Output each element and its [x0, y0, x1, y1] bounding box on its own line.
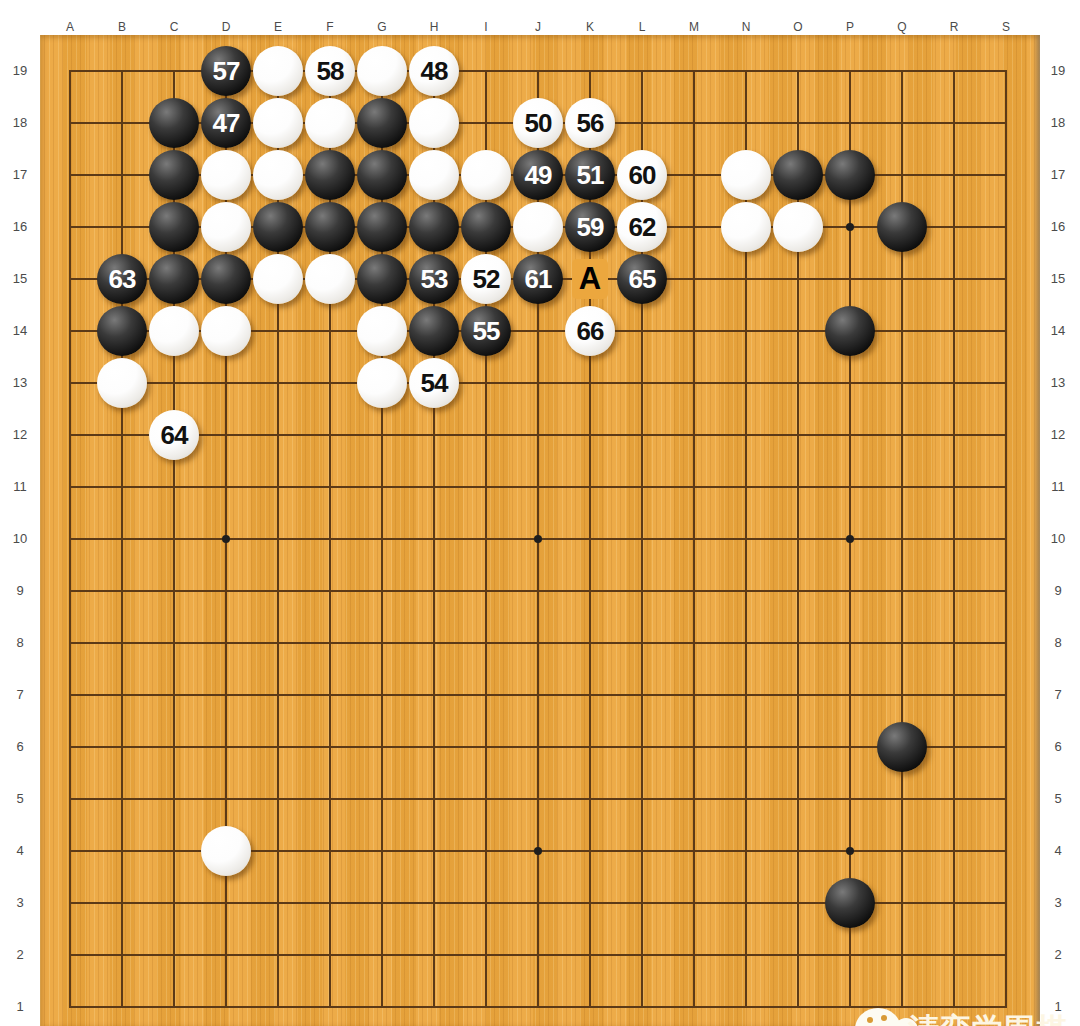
stone-black-K17: 51 [565, 150, 615, 200]
stone-white-O16 [773, 202, 823, 252]
move-number-51: 51 [577, 160, 604, 191]
row-label-right-4: 4 [1044, 843, 1072, 859]
column-label-D: D [216, 20, 236, 34]
column-label-H: H [424, 20, 444, 34]
stone-white-C14 [149, 306, 199, 356]
column-label-G: G [372, 20, 392, 34]
stone-white-G19 [357, 46, 407, 96]
stone-white-D17 [201, 150, 251, 200]
stone-white-D14 [201, 306, 251, 356]
board-edge-shadow [1033, 35, 1040, 1026]
star-point-P4 [846, 847, 854, 855]
column-label-I: I [476, 20, 496, 34]
stone-white-E15 [253, 254, 303, 304]
row-label-left-13: 13 [6, 375, 34, 391]
stone-black-Q16 [877, 202, 927, 252]
row-label-right-2: 2 [1044, 947, 1072, 963]
row-label-right-8: 8 [1044, 635, 1072, 651]
stone-black-E16 [253, 202, 303, 252]
row-label-right-6: 6 [1044, 739, 1072, 755]
stone-white-H18 [409, 98, 459, 148]
column-label-B: B [112, 20, 132, 34]
column-label-P: P [840, 20, 860, 34]
stone-white-J16 [513, 202, 563, 252]
row-label-right-7: 7 [1044, 687, 1072, 703]
grid-vline-R [953, 70, 955, 1008]
stone-black-J17: 49 [513, 150, 563, 200]
move-number-47: 47 [213, 108, 240, 139]
move-number-61: 61 [525, 264, 552, 295]
row-label-left-17: 17 [6, 167, 34, 183]
stone-white-G14 [357, 306, 407, 356]
row-label-left-2: 2 [6, 947, 34, 963]
stone-black-C18 [149, 98, 199, 148]
move-number-50: 50 [525, 108, 552, 139]
row-label-left-1: 1 [6, 999, 34, 1015]
stone-black-D18: 47 [201, 98, 251, 148]
grid-hline-5 [69, 798, 1007, 800]
grid-hline-2 [69, 954, 1007, 956]
row-label-left-10: 10 [6, 531, 34, 547]
stone-black-C16 [149, 202, 199, 252]
row-label-right-11: 11 [1044, 479, 1072, 495]
stone-white-B13 [97, 358, 147, 408]
row-label-left-9: 9 [6, 583, 34, 599]
column-label-M: M [684, 20, 704, 34]
stone-white-E17 [253, 150, 303, 200]
stone-black-P3 [825, 878, 875, 928]
move-number-52: 52 [473, 264, 500, 295]
row-label-right-3: 3 [1044, 895, 1072, 911]
stone-black-I16 [461, 202, 511, 252]
move-number-55: 55 [473, 316, 500, 347]
grid-hline-7 [69, 694, 1007, 696]
row-label-right-18: 18 [1044, 115, 1072, 131]
stone-white-K18: 56 [565, 98, 615, 148]
column-label-L: L [632, 20, 652, 34]
move-number-54: 54 [421, 368, 448, 399]
stone-white-N16 [721, 202, 771, 252]
stone-black-K16: 59 [565, 202, 615, 252]
grid-hline-9 [69, 590, 1007, 592]
column-label-S: S [996, 20, 1016, 34]
stone-white-H19: 48 [409, 46, 459, 96]
annotation-A-K15: A [572, 259, 608, 299]
row-label-left-19: 19 [6, 63, 34, 79]
row-label-right-9: 9 [1044, 583, 1072, 599]
row-label-left-12: 12 [6, 427, 34, 443]
stone-black-Q6 [877, 722, 927, 772]
stone-black-G18 [357, 98, 407, 148]
stone-black-G17 [357, 150, 407, 200]
stone-white-N17 [721, 150, 771, 200]
stone-black-C17 [149, 150, 199, 200]
go-diagram-screenshot: 5758484750564951605962635352616555665464… [0, 0, 1080, 1026]
stone-black-B15: 63 [97, 254, 147, 304]
stone-black-I14: 55 [461, 306, 511, 356]
stone-black-O17 [773, 150, 823, 200]
row-label-left-16: 16 [6, 219, 34, 235]
row-label-left-18: 18 [6, 115, 34, 131]
move-number-63: 63 [109, 264, 136, 295]
stone-white-F18 [305, 98, 355, 148]
stone-black-D19: 57 [201, 46, 251, 96]
column-label-O: O [788, 20, 808, 34]
row-label-right-19: 19 [1044, 63, 1072, 79]
column-label-A: A [60, 20, 80, 34]
stone-black-J15: 61 [513, 254, 563, 304]
stone-white-I15: 52 [461, 254, 511, 304]
move-number-58: 58 [317, 56, 344, 87]
grid-vline-M [693, 70, 695, 1008]
stone-black-H14 [409, 306, 459, 356]
row-label-right-15: 15 [1044, 271, 1072, 287]
star-point-D10 [222, 535, 230, 543]
row-label-left-4: 4 [6, 843, 34, 859]
stone-white-E18 [253, 98, 303, 148]
star-point-P16 [846, 223, 854, 231]
stone-black-H16 [409, 202, 459, 252]
move-number-62: 62 [629, 212, 656, 243]
stone-white-D4 [201, 826, 251, 876]
row-label-right-16: 16 [1044, 219, 1072, 235]
row-label-left-8: 8 [6, 635, 34, 651]
row-label-right-14: 14 [1044, 323, 1072, 339]
column-label-F: F [320, 20, 340, 34]
move-number-59: 59 [577, 212, 604, 243]
stone-white-L17: 60 [617, 150, 667, 200]
row-label-right-1: 1 [1044, 999, 1072, 1015]
row-label-left-6: 6 [6, 739, 34, 755]
stone-white-H13: 54 [409, 358, 459, 408]
row-label-left-15: 15 [6, 271, 34, 287]
column-label-J: J [528, 20, 548, 34]
move-number-66: 66 [577, 316, 604, 347]
grid-hline-6 [69, 746, 1007, 748]
star-point-J4 [534, 847, 542, 855]
stone-white-I17 [461, 150, 511, 200]
stone-white-D16 [201, 202, 251, 252]
stone-black-G16 [357, 202, 407, 252]
stone-black-P17 [825, 150, 875, 200]
move-number-48: 48 [421, 56, 448, 87]
stone-black-P14 [825, 306, 875, 356]
stone-black-D15 [201, 254, 251, 304]
column-label-C: C [164, 20, 184, 34]
star-point-J10 [534, 535, 542, 543]
row-label-right-12: 12 [1044, 427, 1072, 443]
row-label-left-5: 5 [6, 791, 34, 807]
stone-black-B14 [97, 306, 147, 356]
column-label-K: K [580, 20, 600, 34]
row-label-right-17: 17 [1044, 167, 1072, 183]
row-label-right-10: 10 [1044, 531, 1072, 547]
column-label-Q: Q [892, 20, 912, 34]
star-point-P10 [846, 535, 854, 543]
move-number-57: 57 [213, 56, 240, 87]
stone-black-F17 [305, 150, 355, 200]
column-label-E: E [268, 20, 288, 34]
stone-black-C15 [149, 254, 199, 304]
row-label-right-5: 5 [1044, 791, 1072, 807]
stone-black-H15: 53 [409, 254, 459, 304]
column-label-R: R [944, 20, 964, 34]
move-number-65: 65 [629, 264, 656, 295]
move-number-53: 53 [421, 264, 448, 295]
row-label-left-11: 11 [6, 479, 34, 495]
stone-white-E19 [253, 46, 303, 96]
stone-black-L15: 65 [617, 254, 667, 304]
row-label-left-3: 3 [6, 895, 34, 911]
row-label-left-14: 14 [6, 323, 34, 339]
stone-black-F16 [305, 202, 355, 252]
move-number-64: 64 [161, 420, 188, 451]
grid-hline-8 [69, 642, 1007, 644]
grid-hline-1 [69, 1006, 1007, 1008]
move-number-56: 56 [577, 108, 604, 139]
move-number-49: 49 [525, 160, 552, 191]
move-number-60: 60 [629, 160, 656, 191]
row-label-right-13: 13 [1044, 375, 1072, 391]
column-label-N: N [736, 20, 756, 34]
stone-white-K14: 66 [565, 306, 615, 356]
grid-vline-S [1005, 70, 1007, 1008]
stone-white-H17 [409, 150, 459, 200]
stone-white-J18: 50 [513, 98, 563, 148]
stone-white-F15 [305, 254, 355, 304]
stone-white-G13 [357, 358, 407, 408]
stone-white-C12: 64 [149, 410, 199, 460]
stone-black-G15 [357, 254, 407, 304]
stone-white-F19: 58 [305, 46, 355, 96]
stone-white-L16: 62 [617, 202, 667, 252]
row-label-left-7: 7 [6, 687, 34, 703]
